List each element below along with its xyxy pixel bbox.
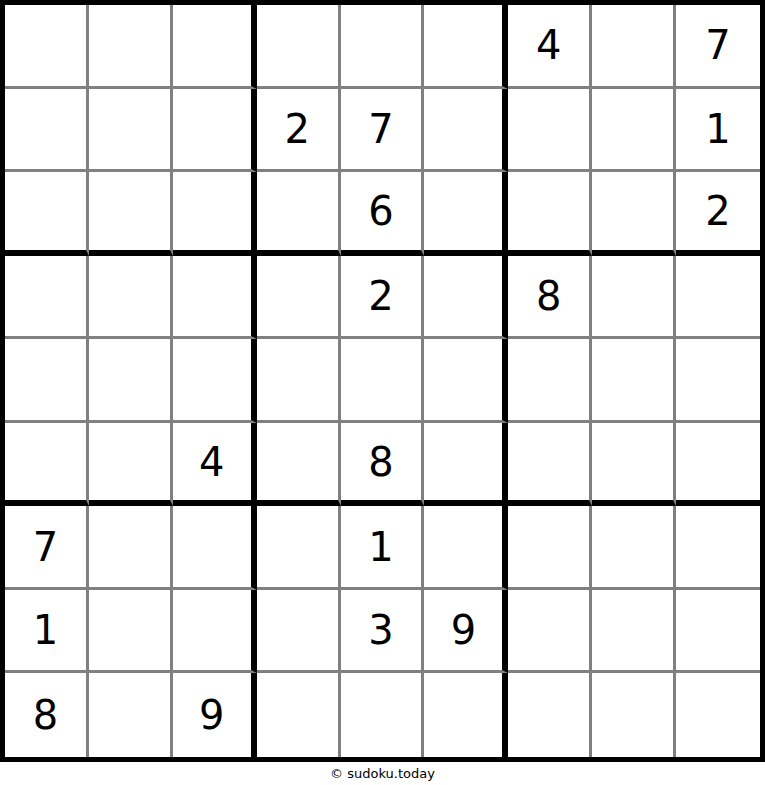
cell-r6c7[interactable] <box>508 423 592 507</box>
cell-r9c3[interactable]: 9 <box>173 673 257 757</box>
given-digit: 7 <box>368 109 393 149</box>
cell-r2c3[interactable] <box>173 89 257 173</box>
cell-r9c6[interactable] <box>424 673 508 757</box>
cell-r1c7[interactable]: 4 <box>508 5 592 89</box>
cell-r5c2[interactable] <box>89 339 173 423</box>
cell-r5c6[interactable] <box>424 339 508 423</box>
given-digit: 4 <box>536 25 561 65</box>
given-digit: 6 <box>368 191 393 231</box>
cell-r8c4[interactable] <box>257 590 341 674</box>
given-digit: 1 <box>368 527 393 567</box>
cell-r2c7[interactable] <box>508 89 592 173</box>
cell-r9c2[interactable] <box>89 673 173 757</box>
cell-r7c7[interactable] <box>508 506 592 590</box>
cell-r7c2[interactable] <box>89 506 173 590</box>
given-digit: 1 <box>705 109 730 149</box>
cell-r4c6[interactable] <box>424 256 508 340</box>
cell-r5c3[interactable] <box>173 339 257 423</box>
given-digit: 9 <box>451 610 476 650</box>
given-digit: 7 <box>705 25 730 65</box>
given-digit: 2 <box>705 191 730 231</box>
cell-r8c7[interactable] <box>508 590 592 674</box>
cell-r2c5[interactable]: 7 <box>341 89 425 173</box>
cell-r9c8[interactable] <box>592 673 676 757</box>
cell-r1c3[interactable] <box>173 5 257 89</box>
cell-r2c6[interactable] <box>424 89 508 173</box>
cell-r5c4[interactable] <box>257 339 341 423</box>
cell-r6c4[interactable] <box>257 423 341 507</box>
cell-r2c8[interactable] <box>592 89 676 173</box>
cell-r4c4[interactable] <box>257 256 341 340</box>
cell-r8c9[interactable] <box>676 590 760 674</box>
cell-r5c5[interactable] <box>341 339 425 423</box>
cell-r4c3[interactable] <box>173 256 257 340</box>
cell-r5c1[interactable] <box>5 339 89 423</box>
cell-r4c7[interactable]: 8 <box>508 256 592 340</box>
cell-r2c2[interactable] <box>89 89 173 173</box>
given-digit: 8 <box>368 442 393 482</box>
cell-r7c6[interactable] <box>424 506 508 590</box>
cell-r3c4[interactable] <box>257 172 341 256</box>
given-digit: 2 <box>368 276 393 316</box>
cell-r3c9[interactable]: 2 <box>676 172 760 256</box>
cell-r3c2[interactable] <box>89 172 173 256</box>
cell-r6c5[interactable]: 8 <box>341 423 425 507</box>
cell-r7c4[interactable] <box>257 506 341 590</box>
cell-r4c1[interactable] <box>5 256 89 340</box>
given-digit: 7 <box>33 527 58 567</box>
cell-r7c8[interactable] <box>592 506 676 590</box>
cell-r4c5[interactable]: 2 <box>341 256 425 340</box>
cell-r4c2[interactable] <box>89 256 173 340</box>
cell-r1c6[interactable] <box>424 5 508 89</box>
cell-r7c1[interactable]: 7 <box>5 506 89 590</box>
cell-r9c4[interactable] <box>257 673 341 757</box>
cell-r9c9[interactable] <box>676 673 760 757</box>
cell-r8c1[interactable]: 1 <box>5 590 89 674</box>
cell-r4c8[interactable] <box>592 256 676 340</box>
cell-r6c9[interactable] <box>676 423 760 507</box>
cell-r7c5[interactable]: 1 <box>341 506 425 590</box>
cell-r2c1[interactable] <box>5 89 89 173</box>
cell-r1c5[interactable] <box>341 5 425 89</box>
cell-r6c1[interactable] <box>5 423 89 507</box>
cell-r3c8[interactable] <box>592 172 676 256</box>
cell-r9c7[interactable] <box>508 673 592 757</box>
cell-r2c4[interactable]: 2 <box>257 89 341 173</box>
footer: © sudoku.today <box>0 762 765 785</box>
cell-r5c7[interactable] <box>508 339 592 423</box>
cell-r3c1[interactable] <box>5 172 89 256</box>
cell-r8c8[interactable] <box>592 590 676 674</box>
cell-r9c1[interactable]: 8 <box>5 673 89 757</box>
cell-r6c8[interactable] <box>592 423 676 507</box>
cell-r5c9[interactable] <box>676 339 760 423</box>
given-digit: 2 <box>284 109 309 149</box>
given-digit: 3 <box>368 610 393 650</box>
cell-r1c9[interactable]: 7 <box>676 5 760 89</box>
cell-r7c3[interactable] <box>173 506 257 590</box>
cell-r8c6[interactable]: 9 <box>424 590 508 674</box>
cell-r3c7[interactable] <box>508 172 592 256</box>
cell-r8c2[interactable] <box>89 590 173 674</box>
cell-r2c9[interactable]: 1 <box>676 89 760 173</box>
cell-r4c9[interactable] <box>676 256 760 340</box>
cell-r3c6[interactable] <box>424 172 508 256</box>
cell-r8c3[interactable] <box>173 590 257 674</box>
given-digit: 9 <box>199 695 224 735</box>
given-digit: 1 <box>33 610 58 650</box>
cell-r6c2[interactable] <box>89 423 173 507</box>
copyright-credit: © sudoku.today <box>330 766 435 781</box>
given-digit: 4 <box>199 442 224 482</box>
cell-r8c5[interactable]: 3 <box>341 590 425 674</box>
cell-r1c4[interactable] <box>257 5 341 89</box>
cell-r3c3[interactable] <box>173 172 257 256</box>
cell-r9c5[interactable] <box>341 673 425 757</box>
cell-r1c1[interactable] <box>5 5 89 89</box>
cell-r3c5[interactable]: 6 <box>341 172 425 256</box>
given-digit: 8 <box>33 695 58 735</box>
cell-r5c8[interactable] <box>592 339 676 423</box>
cell-r1c8[interactable] <box>592 5 676 89</box>
cell-r1c2[interactable] <box>89 5 173 89</box>
sudoku-board: 472716228487113989 <box>0 0 765 762</box>
given-digit: 8 <box>536 276 561 316</box>
cell-r6c6[interactable] <box>424 423 508 507</box>
cell-r7c9[interactable] <box>676 506 760 590</box>
cell-r6c3[interactable]: 4 <box>173 423 257 507</box>
